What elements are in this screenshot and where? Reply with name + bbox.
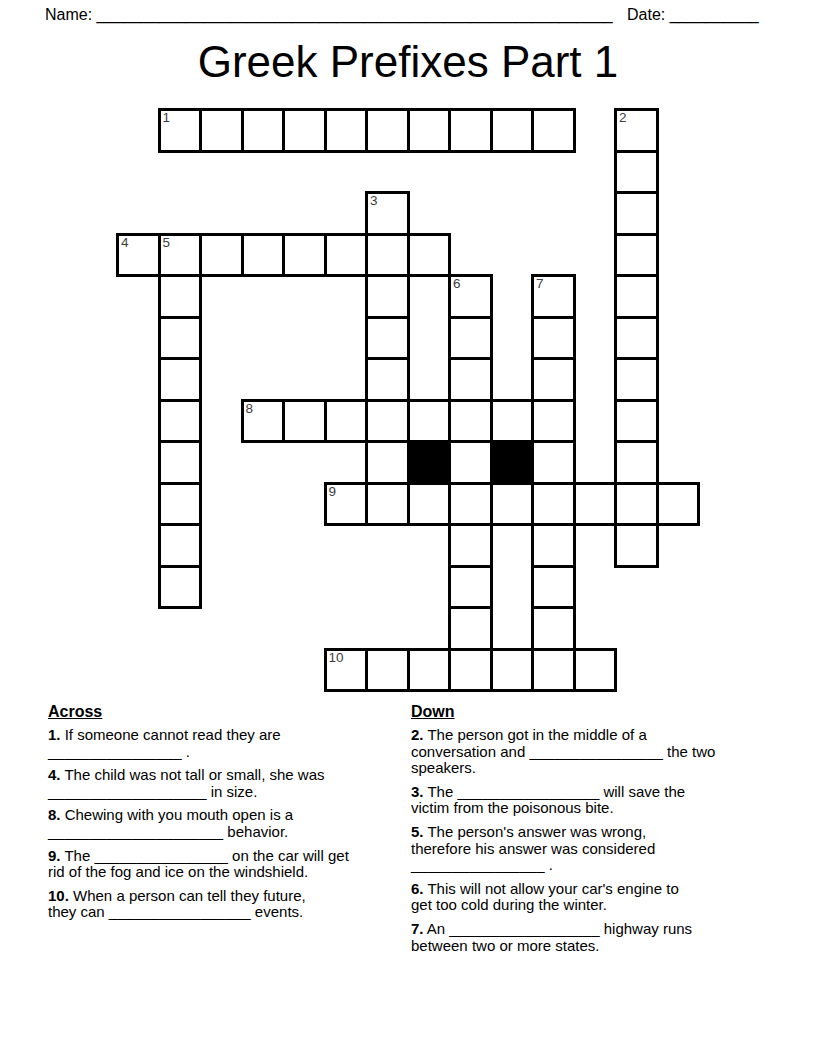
across-clue-list: 1. If someone cannot read they are _____…	[48, 727, 396, 921]
grid-cell-r7c5[interactable]	[324, 399, 369, 444]
grid-cell-r6c1[interactable]	[158, 357, 203, 402]
grid-cell-r7c7[interactable]	[407, 399, 452, 444]
grid-cell-r0c6[interactable]	[365, 108, 410, 153]
page-title: Greek Prefixes Part 1	[0, 38, 816, 86]
clue-across-1: 1. If someone cannot read they are _____…	[48, 727, 396, 760]
clue-number: 6.	[411, 880, 424, 897]
grid-cell-r6c10[interactable]	[531, 357, 576, 402]
grid-cell-r13c5[interactable]: 10	[324, 648, 369, 693]
grid-cell-r0c2[interactable]	[199, 108, 244, 153]
grid-cell-r4c10[interactable]: 7	[531, 274, 576, 319]
grid-cell-r3c12[interactable]	[614, 233, 659, 278]
clue-text: The ________________ on the car will get…	[48, 847, 349, 881]
cell-number-7: 7	[536, 277, 544, 292]
grid-cell-r0c10[interactable]	[531, 108, 576, 153]
grid-cell-r0c12[interactable]: 2	[614, 108, 659, 153]
clue-down-7: 7. An __________________ highway runs be…	[411, 921, 763, 954]
cell-number-4: 4	[121, 236, 129, 251]
grid-cell-r2c6[interactable]: 3	[365, 191, 410, 236]
grid-cell-r9c1[interactable]	[158, 482, 203, 527]
grid-cell-r10c10[interactable]	[531, 523, 576, 568]
cell-number-9: 9	[329, 485, 337, 500]
clue-text: An __________________ highway runs betwe…	[411, 920, 692, 954]
cell-number-5: 5	[163, 236, 171, 251]
clue-text: The person's answer was wrong, therefore…	[411, 823, 655, 873]
grid-cell-r13c10[interactable]	[531, 648, 576, 693]
grid-cell-r11c10[interactable]	[531, 565, 576, 610]
grid-cell-r13c7[interactable]	[407, 648, 452, 693]
grid-cell-r5c6[interactable]	[365, 316, 410, 361]
cell-number-6: 6	[453, 277, 461, 292]
grid-cell-r9c5[interactable]: 9	[324, 482, 369, 527]
date-field: Date: __________	[627, 5, 759, 24]
grid-cell-r9c7[interactable]	[407, 482, 452, 527]
grid-cell-r6c12[interactable]	[614, 357, 659, 402]
clue-down-2: 2. The person got in the middle of a con…	[411, 727, 763, 777]
down-heading: Down	[411, 703, 763, 720]
clue-number: 5.	[411, 823, 424, 840]
grid-cell-r0c4[interactable]	[282, 108, 327, 153]
across-clues-section: Across 1. If someone cannot read they ar…	[48, 703, 396, 928]
clue-text: Chewing with you mouth open is a _______…	[48, 806, 293, 840]
across-heading: Across	[48, 703, 396, 720]
grid-cell-r8c1[interactable]	[158, 440, 203, 485]
date-blank[interactable]: __________	[670, 6, 759, 23]
grid-cell-r3c2[interactable]	[199, 233, 244, 278]
grid-block-r8c9	[490, 440, 535, 485]
grid-cell-r10c12[interactable]	[614, 523, 659, 568]
grid-cell-r9c12[interactable]	[614, 482, 659, 527]
clue-number: 2.	[411, 726, 424, 743]
grid-cell-r7c12[interactable]	[614, 399, 659, 444]
grid-cell-r3c5[interactable]	[324, 233, 369, 278]
grid-cell-r0c7[interactable]	[407, 108, 452, 153]
grid-cell-r3c0[interactable]: 4	[116, 233, 161, 278]
grid-cell-r3c3[interactable]	[241, 233, 286, 278]
grid-cell-r9c9[interactable]	[490, 482, 535, 527]
grid-cell-r3c1[interactable]: 5	[158, 233, 203, 278]
clue-across-4: 4. The child was not tall or small, she …	[48, 767, 396, 800]
name-label: Name:	[45, 6, 92, 23]
grid-cell-r10c1[interactable]	[158, 523, 203, 568]
clue-text: If someone cannot read they are ________…	[48, 726, 281, 760]
clue-down-3: 3. The _________________ will save the v…	[411, 784, 763, 817]
grid-cell-r4c12[interactable]	[614, 274, 659, 319]
cell-number-8: 8	[246, 402, 254, 417]
grid-cell-r7c1[interactable]	[158, 399, 203, 444]
clue-number: 10.	[48, 887, 69, 904]
grid-cell-r7c8[interactable]	[448, 399, 493, 444]
grid-cell-r2c12[interactable]	[614, 191, 659, 236]
grid-cell-r0c5[interactable]	[324, 108, 369, 153]
grid-cell-r13c9[interactable]	[490, 648, 535, 693]
crossword-grid: 12345678910	[116, 108, 700, 693]
grid-cell-r3c7[interactable]	[407, 233, 452, 278]
grid-cell-r13c6[interactable]	[365, 648, 410, 693]
clue-text: The child was not tall or small, she was…	[48, 766, 325, 800]
clue-across-10: 10. When a person can tell they future, …	[48, 888, 396, 921]
clue-number: 1.	[48, 726, 61, 743]
cell-number-10: 10	[329, 651, 344, 666]
grid-cell-r5c10[interactable]	[531, 316, 576, 361]
grid-cell-r7c4[interactable]	[282, 399, 327, 444]
grid-cell-r0c1[interactable]: 1	[158, 108, 203, 153]
clue-number: 7.	[411, 920, 424, 937]
grid-cell-r8c8[interactable]	[448, 440, 493, 485]
grid-cell-r13c11[interactable]	[573, 648, 618, 693]
clue-text: When a person can tell they future, they…	[48, 887, 306, 921]
grid-cell-r7c6[interactable]	[365, 399, 410, 444]
grid-cell-r1c12[interactable]	[614, 150, 659, 195]
clue-number: 4.	[48, 766, 61, 783]
clue-across-9: 9. The ________________ on the car will …	[48, 848, 396, 881]
grid-cell-r7c3[interactable]: 8	[241, 399, 286, 444]
grid-cell-r0c9[interactable]	[490, 108, 535, 153]
grid-cell-r0c8[interactable]	[448, 108, 493, 153]
cell-number-1: 1	[163, 111, 171, 126]
clue-number: 3.	[411, 783, 424, 800]
grid-cell-r9c13[interactable]	[656, 482, 701, 527]
grid-cell-r4c6[interactable]	[365, 274, 410, 319]
grid-cell-r7c10[interactable]	[531, 399, 576, 444]
clue-across-8: 8. Chewing with you mouth open is a ____…	[48, 807, 396, 840]
clue-number: 9.	[48, 847, 61, 864]
grid-cell-r9c11[interactable]	[573, 482, 618, 527]
grid-cell-r3c4[interactable]	[282, 233, 327, 278]
grid-cell-r6c6[interactable]	[365, 357, 410, 402]
grid-cell-r3c6[interactable]	[365, 233, 410, 278]
grid-cell-r4c1[interactable]	[158, 274, 203, 319]
grid-cell-r13c8[interactable]	[448, 648, 493, 693]
grid-cell-r4c8[interactable]: 6	[448, 274, 493, 319]
down-clues-section: Down 2. The person got in the middle of …	[411, 703, 763, 961]
grid-cell-r11c8[interactable]	[448, 565, 493, 610]
grid-cell-r0c3[interactable]	[241, 108, 286, 153]
grid-cell-r5c8[interactable]	[448, 316, 493, 361]
grid-cell-r9c6[interactable]	[365, 482, 410, 527]
grid-cell-r6c8[interactable]	[448, 357, 493, 402]
clue-text: The _________________ will save the vict…	[411, 783, 685, 817]
grid-cell-r9c10[interactable]	[531, 482, 576, 527]
name-blank[interactable]: ________________________________________…	[97, 6, 613, 23]
grid-cell-r5c12[interactable]	[614, 316, 659, 361]
clue-text: This will not allow your car's engine to…	[411, 880, 679, 914]
grid-cell-r9c8[interactable]	[448, 482, 493, 527]
grid-block-r8c7	[407, 440, 452, 485]
grid-cell-r12c10[interactable]	[531, 606, 576, 651]
grid-cell-r7c9[interactable]	[490, 399, 535, 444]
grid-cell-r8c10[interactable]	[531, 440, 576, 485]
date-label: Date:	[627, 6, 665, 23]
grid-cell-r12c8[interactable]	[448, 606, 493, 651]
clue-number: 8.	[48, 806, 61, 823]
name-field: Name: __________________________________…	[45, 5, 613, 24]
grid-cell-r10c8[interactable]	[448, 523, 493, 568]
grid-cell-r8c12[interactable]	[614, 440, 659, 485]
grid-cell-r8c6[interactable]	[365, 440, 410, 485]
worksheet-page: Name: __________________________________…	[0, 0, 816, 1056]
clue-down-5: 5. The person's answer was wrong, theref…	[411, 824, 763, 874]
grid-cell-r5c1[interactable]	[158, 316, 203, 361]
down-clue-list: 2. The person got in the middle of a con…	[411, 727, 763, 954]
clue-down-6: 6. This will not allow your car's engine…	[411, 881, 763, 914]
cell-number-2: 2	[619, 111, 627, 126]
cell-number-3: 3	[370, 194, 378, 209]
clue-text: The person got in the middle of a conver…	[411, 726, 715, 776]
grid-cell-r11c1[interactable]	[158, 565, 203, 610]
